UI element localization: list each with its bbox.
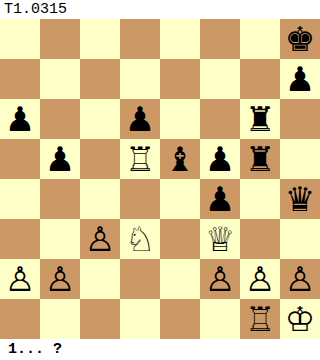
square-d4[interactable] [120, 179, 160, 219]
puzzle-footer: 1... ? [0, 339, 320, 360]
square-h5[interactable] [280, 139, 320, 179]
square-a6[interactable]: ♟ [0, 99, 40, 139]
white-rook: ♖ [245, 299, 275, 339]
black-pawn: ♟ [205, 179, 235, 219]
square-h2[interactable]: ♙ [280, 259, 320, 299]
square-d5[interactable]: ♖ [120, 139, 160, 179]
square-f3[interactable]: ♕ [200, 219, 240, 259]
square-g6[interactable]: ♜ [240, 99, 280, 139]
square-d1[interactable] [120, 299, 160, 339]
square-f8[interactable] [200, 19, 240, 59]
puzzle-id-label: T1.0315 [4, 1, 67, 18]
square-b7[interactable] [40, 59, 80, 99]
square-a1[interactable] [0, 299, 40, 339]
square-g5[interactable]: ♜ [240, 139, 280, 179]
black-pawn: ♟ [125, 99, 155, 139]
square-a7[interactable] [0, 59, 40, 99]
white-pawn: ♙ [45, 259, 75, 299]
square-b2[interactable]: ♙ [40, 259, 80, 299]
square-h3[interactable] [280, 219, 320, 259]
square-c3[interactable]: ♙ [80, 219, 120, 259]
square-f4[interactable]: ♟ [200, 179, 240, 219]
square-b5[interactable]: ♟ [40, 139, 80, 179]
move-prompt-label: 1... ? [8, 341, 62, 358]
square-a3[interactable] [0, 219, 40, 259]
square-h8[interactable]: ♚ [280, 19, 320, 59]
white-pawn: ♙ [285, 259, 315, 299]
square-a5[interactable] [0, 139, 40, 179]
square-e1[interactable] [160, 299, 200, 339]
square-g2[interactable]: ♙ [240, 259, 280, 299]
square-f6[interactable] [200, 99, 240, 139]
black-queen: ♛ [285, 179, 315, 219]
square-e5[interactable]: ♝ [160, 139, 200, 179]
square-f1[interactable] [200, 299, 240, 339]
square-g8[interactable] [240, 19, 280, 59]
puzzle-page: T1.0315 ♚♟♟♟♜♟♖♝♟♜♟♛♙♘♕♙♙♙♙♙♖♔ 1... ? [0, 0, 320, 360]
square-e8[interactable] [160, 19, 200, 59]
black-rook: ♜ [245, 99, 275, 139]
white-pawn: ♙ [5, 259, 35, 299]
square-h4[interactable]: ♛ [280, 179, 320, 219]
black-pawn: ♟ [285, 59, 315, 99]
square-c4[interactable] [80, 179, 120, 219]
square-c7[interactable] [80, 59, 120, 99]
square-g7[interactable] [240, 59, 280, 99]
square-f2[interactable]: ♙ [200, 259, 240, 299]
square-b4[interactable] [40, 179, 80, 219]
square-b8[interactable] [40, 19, 80, 59]
white-queen: ♕ [205, 219, 235, 259]
square-h1[interactable]: ♔ [280, 299, 320, 339]
white-rook: ♖ [125, 139, 155, 179]
chess-board: ♚♟♟♟♜♟♖♝♟♜♟♛♙♘♕♙♙♙♙♙♖♔ [0, 19, 320, 339]
square-f7[interactable] [200, 59, 240, 99]
square-e2[interactable] [160, 259, 200, 299]
black-rook: ♜ [245, 139, 275, 179]
square-e4[interactable] [160, 179, 200, 219]
square-f5[interactable]: ♟ [200, 139, 240, 179]
square-g3[interactable] [240, 219, 280, 259]
square-e6[interactable] [160, 99, 200, 139]
square-c1[interactable] [80, 299, 120, 339]
white-pawn: ♙ [205, 259, 235, 299]
black-pawn: ♟ [5, 99, 35, 139]
white-king: ♔ [285, 299, 315, 339]
square-g4[interactable] [240, 179, 280, 219]
square-b3[interactable] [40, 219, 80, 259]
square-d3[interactable]: ♘ [120, 219, 160, 259]
square-d6[interactable]: ♟ [120, 99, 160, 139]
square-c2[interactable] [80, 259, 120, 299]
square-d7[interactable] [120, 59, 160, 99]
black-bishop: ♝ [165, 139, 195, 179]
square-c8[interactable] [80, 19, 120, 59]
square-e7[interactable] [160, 59, 200, 99]
square-b1[interactable] [40, 299, 80, 339]
square-b6[interactable] [40, 99, 80, 139]
black-king: ♚ [285, 19, 315, 59]
square-g1[interactable]: ♖ [240, 299, 280, 339]
square-a4[interactable] [0, 179, 40, 219]
square-h6[interactable] [280, 99, 320, 139]
square-d8[interactable] [120, 19, 160, 59]
square-a2[interactable]: ♙ [0, 259, 40, 299]
puzzle-header: T1.0315 [0, 0, 320, 19]
square-c5[interactable] [80, 139, 120, 179]
square-c6[interactable] [80, 99, 120, 139]
white-pawn: ♙ [245, 259, 275, 299]
white-knight: ♘ [125, 219, 155, 259]
square-d2[interactable] [120, 259, 160, 299]
square-h7[interactable]: ♟ [280, 59, 320, 99]
black-pawn: ♟ [45, 139, 75, 179]
black-pawn: ♟ [205, 139, 235, 179]
square-a8[interactable] [0, 19, 40, 59]
square-e3[interactable] [160, 219, 200, 259]
white-pawn: ♙ [85, 219, 115, 259]
